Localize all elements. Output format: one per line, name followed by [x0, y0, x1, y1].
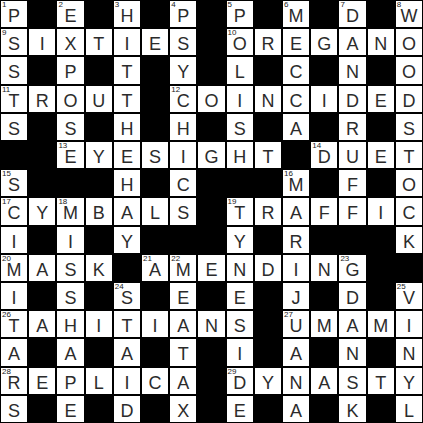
cell-letter: I [237, 345, 242, 363]
black-cell-r0c1 [28, 0, 56, 28]
letter-cell-r7c5[interactable]: L [141, 197, 169, 225]
clue-number-11: 11 [2, 86, 10, 94]
letter-cell-r4c12[interactable]: R [338, 113, 366, 141]
letter-cell-r12c2[interactable]: A [56, 338, 84, 366]
letter-cell-r13c8[interactable]: 29D [226, 367, 254, 395]
cell-letter: I [12, 233, 17, 251]
cell-letter: C [149, 374, 162, 392]
cell-letter: D [120, 402, 133, 420]
letter-cell-r1c12[interactable]: A [338, 28, 366, 56]
cell-letter: N [261, 92, 274, 110]
cell-letter: S [149, 148, 161, 166]
letter-cell-r9c8[interactable]: N [226, 254, 254, 282]
clue-number-15: 15 [2, 170, 11, 178]
letter-cell-r12c0[interactable]: A [0, 338, 28, 366]
letter-cell-r9c9[interactable]: D [254, 254, 282, 282]
letter-cell-r5c4[interactable]: E [113, 141, 141, 169]
letter-cell-r10c12[interactable]: D [338, 282, 366, 310]
black-cell-r2c11 [310, 56, 338, 84]
clue-number-6: 6 [284, 1, 288, 9]
letter-cell-r1c9[interactable]: R [254, 28, 282, 56]
cell-letter: I [294, 261, 299, 279]
black-cell-r0c13 [367, 0, 395, 28]
letter-cell-r7c0[interactable]: 17C [0, 197, 28, 225]
black-cell-r10c9 [254, 282, 282, 310]
letter-cell-r14c6[interactable]: X [169, 395, 197, 423]
letter-cell-r10c6[interactable]: E [169, 282, 197, 310]
letter-cell-r5c8[interactable]: H [226, 141, 254, 169]
letter-cell-r12c4[interactable]: A [113, 338, 141, 366]
black-cell-r12c1 [28, 338, 56, 366]
cell-letter: A [290, 120, 302, 138]
letter-cell-r3c8[interactable]: I [226, 85, 254, 113]
letter-cell-r11c13[interactable]: M [367, 310, 395, 338]
cell-letter: X [177, 402, 189, 420]
letter-cell-r14c14[interactable]: L [395, 395, 423, 423]
cell-letter: U [290, 317, 303, 335]
letter-cell-r5c14[interactable]: T [395, 141, 423, 169]
cell-letter: I [40, 35, 45, 53]
cell-letter: T [262, 148, 273, 166]
letter-cell-r0c0[interactable]: 1P [0, 0, 28, 28]
letter-cell-r7c12[interactable]: F [338, 197, 366, 225]
letter-cell-r7c6[interactable]: S [169, 197, 197, 225]
black-cell-r8c7 [197, 226, 225, 254]
cell-letter: C [177, 176, 190, 194]
letter-cell-r13c14[interactable]: Y [395, 367, 423, 395]
letter-cell-r12c12[interactable]: N [338, 338, 366, 366]
letter-cell-r10c10[interactable]: J [282, 282, 310, 310]
letter-cell-r8c0[interactable]: I [0, 226, 28, 254]
clue-number-10: 10 [228, 29, 237, 37]
black-cell-r2c7 [197, 56, 225, 84]
letter-cell-r11c8[interactable]: S [226, 310, 254, 338]
letter-cell-r7c9[interactable]: R [254, 197, 282, 225]
letter-cell-r6c14[interactable]: O [395, 169, 423, 197]
letter-cell-r6c12[interactable]: F [338, 169, 366, 197]
cell-letter: L [150, 204, 160, 222]
letter-cell-r7c4[interactable]: A [113, 197, 141, 225]
black-cell-r4c5 [141, 113, 169, 141]
letter-cell-r0c4[interactable]: 3H [113, 0, 141, 28]
cell-letter: H [120, 176, 133, 194]
letter-cell-r9c7[interactable]: E [197, 254, 225, 282]
letter-cell-r3c2[interactable]: O [56, 85, 84, 113]
letter-cell-r11c6[interactable]: A [169, 310, 197, 338]
cell-letter: M [373, 317, 388, 335]
clue-number-9: 9 [2, 29, 6, 37]
cell-letter: A [149, 261, 161, 279]
letter-cell-r9c12[interactable]: 23G [338, 254, 366, 282]
letter-cell-r3c4[interactable]: T [113, 85, 141, 113]
letter-cell-r0c14[interactable]: 8W [395, 0, 423, 28]
letter-cell-r3c7[interactable]: O [197, 85, 225, 113]
cell-letter: I [181, 148, 186, 166]
black-cell-r6c1 [28, 169, 56, 197]
cell-letter: U [92, 92, 105, 110]
cell-letter: N [318, 261, 331, 279]
letter-cell-r12c8[interactable]: I [226, 338, 254, 366]
letter-cell-r4c8[interactable]: S [226, 113, 254, 141]
letter-cell-r7c3[interactable]: B [85, 197, 113, 225]
cell-letter: A [290, 204, 302, 222]
letter-cell-r13c11[interactable]: A [310, 367, 338, 395]
black-cell-r14c7 [197, 395, 225, 423]
black-cell-r6c11 [310, 169, 338, 197]
cell-letter: I [12, 289, 17, 307]
black-cell-r0c3 [85, 0, 113, 28]
cell-letter: C [177, 92, 190, 110]
letter-cell-r7c1[interactable]: Y [28, 197, 56, 225]
cell-letter: K [93, 261, 105, 279]
letter-cell-r4c6[interactable]: H [169, 113, 197, 141]
black-cell-r2c9 [254, 56, 282, 84]
letter-cell-r14c8[interactable]: E [226, 395, 254, 423]
letter-cell-r14c4[interactable]: D [113, 395, 141, 423]
letter-cell-r5c9[interactable]: T [254, 141, 282, 169]
cell-letter: N [233, 261, 246, 279]
cell-letter: Y [262, 374, 274, 392]
letter-cell-r1c4[interactable]: I [113, 28, 141, 56]
black-cell-r8c5 [141, 226, 169, 254]
cell-letter: D [318, 148, 331, 166]
letter-cell-r3c3[interactable]: U [85, 85, 113, 113]
letter-cell-r13c5[interactable]: C [141, 367, 169, 395]
letter-cell-r12c10[interactable]: A [282, 338, 310, 366]
letter-cell-r5c13[interactable]: E [367, 141, 395, 169]
cell-letter: P [177, 7, 189, 25]
letter-cell-r11c7[interactable]: N [197, 310, 225, 338]
cell-letter: M [176, 261, 191, 279]
letter-cell-r2c0[interactable]: S [0, 56, 28, 84]
letter-cell-r2c4[interactable]: T [113, 56, 141, 84]
letter-cell-r2c10[interactable]: C [282, 56, 310, 84]
cell-letter: E [64, 402, 76, 420]
black-cell-r2c13 [367, 56, 395, 84]
letter-cell-r3c0[interactable]: 11T [0, 85, 28, 113]
letter-cell-r11c11[interactable]: M [310, 310, 338, 338]
letter-cell-r2c12[interactable]: N [338, 56, 366, 84]
cell-letter: L [235, 63, 245, 81]
black-cell-r9c13 [367, 254, 395, 282]
cell-letter: A [8, 345, 20, 363]
cell-letter: Y [36, 204, 48, 222]
black-cell-r4c11 [310, 113, 338, 141]
letter-cell-r13c2[interactable]: P [56, 367, 84, 395]
letter-cell-r8c2[interactable]: I [56, 226, 84, 254]
cell-letter: G [345, 261, 359, 279]
clue-number-21: 21 [143, 255, 152, 263]
black-cell-r8c11 [310, 226, 338, 254]
letter-cell-r9c0[interactable]: 20M [0, 254, 28, 282]
letter-cell-r14c12[interactable]: K [338, 395, 366, 423]
black-cell-r4c3 [85, 113, 113, 141]
letter-cell-r13c4[interactable]: I [113, 367, 141, 395]
letter-cell-r5c11[interactable]: 14D [310, 141, 338, 169]
cell-letter: J [292, 289, 301, 307]
cell-letter: G [317, 35, 331, 53]
letter-cell-r13c9[interactable]: Y [254, 367, 282, 395]
clue-number-20: 20 [2, 255, 11, 263]
cell-letter: I [68, 233, 73, 251]
letter-cell-r0c8[interactable]: 5P [226, 0, 254, 28]
letter-cell-r1c11[interactable]: G [310, 28, 338, 56]
cell-letter: I [124, 374, 129, 392]
letter-cell-r1c8[interactable]: 10O [226, 28, 254, 56]
letter-cell-r1c6[interactable]: S [169, 28, 197, 56]
letter-cell-r1c3[interactable]: T [85, 28, 113, 56]
black-cell-r9c14 [395, 254, 423, 282]
letter-cell-r4c4[interactable]: H [113, 113, 141, 141]
letter-cell-r2c14[interactable]: O [395, 56, 423, 84]
letter-cell-r8c14[interactable]: K [395, 226, 423, 254]
black-cell-r1c7 [197, 28, 225, 56]
letter-cell-r6c10[interactable]: 16M [282, 169, 310, 197]
black-cell-r12c3 [85, 338, 113, 366]
cell-letter: T [9, 317, 20, 335]
letter-cell-r0c6[interactable]: 4P [169, 0, 197, 28]
letter-cell-r13c1[interactable]: E [28, 367, 56, 395]
cell-letter: O [402, 176, 416, 194]
black-cell-r6c5 [141, 169, 169, 197]
letter-cell-r1c1[interactable]: I [28, 28, 56, 56]
cell-letter: S [234, 120, 246, 138]
letter-cell-r3c6[interactable]: 12C [169, 85, 197, 113]
letter-cell-r6c0[interactable]: 15S [0, 169, 28, 197]
letter-cell-r13c3[interactable]: L [85, 367, 113, 395]
cell-letter: F [319, 204, 330, 222]
letter-cell-r9c6[interactable]: 22M [169, 254, 197, 282]
cell-letter: N [205, 317, 218, 335]
letter-cell-r11c14[interactable]: I [395, 310, 423, 338]
black-cell-r6c3 [85, 169, 113, 197]
letter-cell-r10c14[interactable]: 25V [395, 282, 423, 310]
cell-letter: T [234, 204, 245, 222]
cell-letter: Y [93, 148, 105, 166]
cell-letter: F [347, 176, 358, 194]
letter-cell-r9c10[interactable]: I [282, 254, 310, 282]
letter-cell-r7c10[interactable]: A [282, 197, 310, 225]
letter-cell-r0c10[interactable]: 6M [282, 0, 310, 28]
black-cell-r9c4 [113, 254, 141, 282]
letter-cell-r7c8[interactable]: 19T [226, 197, 254, 225]
letter-cell-r1c5[interactable]: E [141, 28, 169, 56]
letter-cell-r11c5[interactable]: I [141, 310, 169, 338]
black-cell-r4c7 [197, 113, 225, 141]
cell-letter: O [402, 35, 416, 53]
cell-letter: S [8, 63, 20, 81]
cell-letter: K [346, 402, 358, 420]
letter-cell-r10c8[interactable]: E [226, 282, 254, 310]
cell-letter: O [63, 92, 77, 110]
letter-cell-r5c2[interactable]: 13E [56, 141, 84, 169]
letter-cell-r9c2[interactable]: S [56, 254, 84, 282]
letter-cell-r3c10[interactable]: C [282, 85, 310, 113]
letter-cell-r11c12[interactable]: A [338, 310, 366, 338]
cell-letter: H [120, 7, 133, 25]
cell-letter: S [8, 176, 20, 194]
cell-letter: B [93, 204, 105, 222]
cell-letter: M [63, 204, 78, 222]
cell-letter: O [402, 63, 416, 81]
letter-cell-r3c14[interactable]: D [395, 85, 423, 113]
letter-cell-r12c6[interactable]: T [169, 338, 197, 366]
letter-cell-r4c14[interactable]: S [395, 113, 423, 141]
letter-cell-r3c12[interactable]: D [338, 85, 366, 113]
letter-cell-r1c10[interactable]: E [282, 28, 310, 56]
letter-cell-r5c3[interactable]: Y [85, 141, 113, 169]
letter-cell-r3c9[interactable]: N [254, 85, 282, 113]
black-cell-r8c13 [367, 226, 395, 254]
letter-cell-r2c6[interactable]: Y [169, 56, 197, 84]
letter-cell-r2c2[interactable]: P [56, 56, 84, 84]
black-cell-r10c13 [367, 282, 395, 310]
cell-letter: T [375, 374, 386, 392]
letter-cell-r4c0[interactable]: S [0, 113, 28, 141]
cell-letter: E [36, 374, 48, 392]
letter-cell-r0c12[interactable]: 7D [338, 0, 366, 28]
cell-letter: N [374, 35, 387, 53]
letter-cell-r3c11[interactable]: I [310, 85, 338, 113]
cell-letter: R [261, 35, 274, 53]
cell-letter: R [36, 92, 49, 110]
cell-letter: M [7, 261, 22, 279]
black-cell-r8c1 [28, 226, 56, 254]
letter-cell-r1c0[interactable]: 9S [0, 28, 28, 56]
black-cell-r6c8 [226, 169, 254, 197]
clue-number-7: 7 [340, 1, 344, 9]
letter-cell-r13c0[interactable]: 28R [0, 367, 28, 395]
letter-cell-r12c14[interactable]: N [395, 338, 423, 366]
cell-letter: U [346, 148, 359, 166]
letter-cell-r10c2[interactable]: S [56, 282, 84, 310]
black-cell-r2c5 [141, 56, 169, 84]
crossword-page: 1P2E3H4P5P6M7D8W9SIXTIES10OREGANOSPTYLCN… [0, 0, 423, 423]
letter-cell-r11c0[interactable]: 26T [0, 310, 28, 338]
cell-letter: A [121, 345, 133, 363]
black-cell-r14c3 [85, 395, 113, 423]
letter-cell-r3c1[interactable]: R [28, 85, 56, 113]
cell-letter: I [96, 317, 101, 335]
letter-cell-r8c8[interactable]: Y [226, 226, 254, 254]
letter-cell-r3c13[interactable]: E [367, 85, 395, 113]
letter-cell-r9c11[interactable]: N [310, 254, 338, 282]
black-cell-r14c9 [254, 395, 282, 423]
letter-cell-r11c2[interactable]: H [56, 310, 84, 338]
black-cell-r12c9 [254, 338, 282, 366]
black-cell-r4c13 [367, 113, 395, 141]
cell-letter: N [290, 374, 303, 392]
letter-cell-r1c14[interactable]: O [395, 28, 423, 56]
clue-number-19: 19 [228, 198, 237, 206]
cell-letter: M [289, 176, 304, 194]
letter-cell-r6c6[interactable]: C [169, 169, 197, 197]
letter-cell-r14c10[interactable]: A [282, 395, 310, 423]
letter-cell-r11c1[interactable]: A [28, 310, 56, 338]
letter-cell-r13c13[interactable]: T [367, 367, 395, 395]
letter-cell-r13c6[interactable]: A [169, 367, 197, 395]
cell-letter: S [403, 120, 415, 138]
letter-cell-r7c14[interactable]: C [395, 197, 423, 225]
cell-letter: T [121, 63, 132, 81]
cell-letter: T [9, 92, 20, 110]
cell-letter: T [121, 92, 132, 110]
cell-letter: T [121, 317, 132, 335]
letter-cell-r4c10[interactable]: A [282, 113, 310, 141]
cell-letter: H [120, 120, 133, 138]
black-cell-r2c3 [85, 56, 113, 84]
letter-cell-r2c8[interactable]: L [226, 56, 254, 84]
cell-letter: D [346, 7, 359, 25]
letter-cell-r1c13[interactable]: N [367, 28, 395, 56]
cell-letter: O [204, 92, 218, 110]
clue-number-8: 8 [397, 1, 401, 9]
cell-letter: I [124, 35, 129, 53]
cell-letter: H [177, 120, 190, 138]
letter-cell-r6c4[interactable]: H [113, 169, 141, 197]
letter-cell-r9c3[interactable]: K [85, 254, 113, 282]
cell-letter: M [317, 317, 332, 335]
letter-cell-r7c2[interactable]: 18M [56, 197, 84, 225]
black-cell-r6c9 [254, 169, 282, 197]
letter-cell-r11c10[interactable]: 27U [282, 310, 310, 338]
letter-cell-r8c10[interactable]: R [282, 226, 310, 254]
letter-cell-r5c7[interactable]: G [197, 141, 225, 169]
black-cell-r6c7 [197, 169, 225, 197]
black-cell-r8c3 [85, 226, 113, 254]
black-cell-r12c13 [367, 338, 395, 366]
black-cell-r10c5 [141, 282, 169, 310]
black-cell-r14c13 [367, 395, 395, 423]
letter-cell-r1c2[interactable]: X [56, 28, 84, 56]
cell-letter: I [153, 317, 158, 335]
letter-cell-r14c2[interactable]: E [56, 395, 84, 423]
cell-letter: A [290, 402, 302, 420]
letter-cell-r7c11[interactable]: F [310, 197, 338, 225]
letter-cell-r11c3[interactable]: I [85, 310, 113, 338]
letter-cell-r5c12[interactable]: U [338, 141, 366, 169]
clue-number-22: 22 [171, 255, 180, 263]
black-cell-r2c1 [28, 56, 56, 84]
letter-cell-r8c4[interactable]: Y [113, 226, 141, 254]
letter-cell-r13c12[interactable]: S [338, 367, 366, 395]
letter-cell-r5c6[interactable]: I [169, 141, 197, 169]
black-cell-r0c7 [197, 0, 225, 28]
letter-cell-r7c13[interactable]: I [367, 197, 395, 225]
letter-cell-r14c0[interactable]: S [0, 395, 28, 423]
letter-cell-r4c2[interactable]: S [56, 113, 84, 141]
black-cell-r13c7 [197, 367, 225, 395]
letter-cell-r13c10[interactable]: N [282, 367, 310, 395]
letter-cell-r9c1[interactable]: A [28, 254, 56, 282]
cell-letter: I [378, 204, 383, 222]
cell-letter: W [400, 7, 417, 25]
cell-letter: A [346, 317, 358, 335]
letter-cell-r10c4[interactable]: 24S [113, 282, 141, 310]
letter-cell-r0c2[interactable]: 2E [56, 0, 84, 28]
letter-cell-r11c4[interactable]: T [113, 310, 141, 338]
letter-cell-r5c5[interactable]: S [141, 141, 169, 169]
cell-letter: D [402, 92, 415, 110]
black-cell-r10c7 [197, 282, 225, 310]
letter-cell-r10c0[interactable]: I [0, 282, 28, 310]
cell-letter: E [64, 148, 76, 166]
cell-letter: S [8, 35, 20, 53]
cell-letter: N [402, 345, 415, 363]
cell-letter: A [290, 345, 302, 363]
crossword-grid: 1P2E3H4P5P6M7D8W9SIXTIES10OREGANOSPTYLCN… [0, 0, 423, 423]
letter-cell-r9c5[interactable]: 21A [141, 254, 169, 282]
